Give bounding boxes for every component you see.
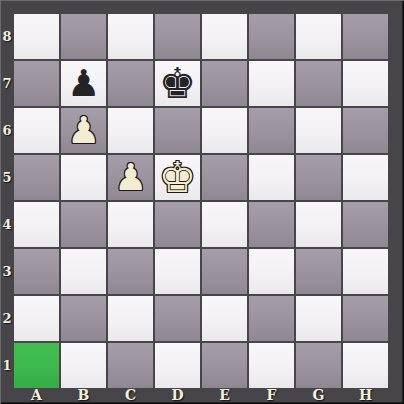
square-c2[interactable] [108,296,153,341]
rank-label-1: 1 [0,343,14,388]
square-h2[interactable] [343,296,388,341]
square-h7[interactable] [343,61,388,106]
square-d6[interactable] [155,108,200,153]
square-f7[interactable] [249,61,294,106]
square-d2[interactable] [155,296,200,341]
square-g3[interactable] [296,249,341,294]
square-c6[interactable] [108,108,153,153]
file-label-g: G [296,387,341,403]
square-d4[interactable] [155,202,200,247]
square-h3[interactable] [343,249,388,294]
square-b6[interactable]: ♟ [61,108,106,153]
square-d8[interactable] [155,14,200,59]
square-e7[interactable] [202,61,247,106]
square-a6[interactable] [14,108,59,153]
rank-label-6: 6 [0,108,14,153]
square-g1[interactable] [296,343,341,388]
square-c4[interactable] [108,202,153,247]
square-f4[interactable] [249,202,294,247]
rank-labels: 87654321 [0,14,14,388]
square-e1[interactable] [202,343,247,388]
square-g7[interactable] [296,61,341,106]
square-e2[interactable] [202,296,247,341]
file-label-a: A [14,387,59,403]
square-f5[interactable] [249,155,294,200]
square-a1[interactable] [14,343,59,388]
square-c5[interactable]: ♟ [108,155,153,200]
square-a4[interactable] [14,202,59,247]
square-f2[interactable] [249,296,294,341]
square-b7[interactable]: ♟ [61,61,106,106]
square-a5[interactable] [14,155,59,200]
square-c7[interactable] [108,61,153,106]
square-f1[interactable] [249,343,294,388]
square-f6[interactable] [249,108,294,153]
square-g6[interactable] [296,108,341,153]
square-h4[interactable] [343,202,388,247]
square-a3[interactable] [14,249,59,294]
square-b1[interactable] [61,343,106,388]
square-e8[interactable] [202,14,247,59]
square-d5[interactable]: ♚ [155,155,200,200]
square-f8[interactable] [249,14,294,59]
square-h6[interactable] [343,108,388,153]
square-b3[interactable] [61,249,106,294]
square-c3[interactable] [108,249,153,294]
rank-label-2: 2 [0,296,14,341]
square-d3[interactable] [155,249,200,294]
square-g4[interactable] [296,202,341,247]
square-b2[interactable] [61,296,106,341]
file-labels: ABCDEFGH [14,387,388,403]
square-g2[interactable] [296,296,341,341]
square-a2[interactable] [14,296,59,341]
square-e5[interactable] [202,155,247,200]
square-h1[interactable] [343,343,388,388]
file-label-e: E [202,387,247,403]
rank-label-4: 4 [0,202,14,247]
square-h8[interactable] [343,14,388,59]
file-label-b: B [61,387,106,403]
square-d7[interactable]: ♚ [155,61,200,106]
white-pawn-piece[interactable]: ♟ [114,159,147,196]
white-pawn-piece[interactable]: ♟ [67,112,100,149]
chess-board: ♟♚♟♟♚ [14,14,388,388]
square-c8[interactable] [108,14,153,59]
square-e4[interactable] [202,202,247,247]
square-e6[interactable] [202,108,247,153]
chess-board-window: 87654321 ♟♚♟♟♚ ABCDEFGH [0,0,404,404]
square-a7[interactable] [14,61,59,106]
file-label-h: H [343,387,388,403]
rank-label-8: 8 [0,14,14,59]
square-h5[interactable] [343,155,388,200]
white-king-piece[interactable]: ♚ [159,157,197,199]
square-a8[interactable] [14,14,59,59]
file-label-f: F [249,387,294,403]
square-b4[interactable] [61,202,106,247]
black-pawn-piece[interactable]: ♟ [67,65,100,102]
rank-label-3: 3 [0,249,14,294]
file-label-c: C [108,387,153,403]
rank-label-7: 7 [0,61,14,106]
square-e3[interactable] [202,249,247,294]
square-d1[interactable] [155,343,200,388]
square-f3[interactable] [249,249,294,294]
square-c1[interactable] [108,343,153,388]
black-king-piece[interactable]: ♚ [159,63,197,105]
file-label-d: D [155,387,200,403]
rank-label-5: 5 [0,155,14,200]
square-b8[interactable] [61,14,106,59]
square-g8[interactable] [296,14,341,59]
square-g5[interactable] [296,155,341,200]
square-b5[interactable] [61,155,106,200]
